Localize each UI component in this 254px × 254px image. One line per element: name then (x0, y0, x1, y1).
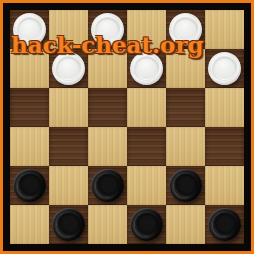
square-c2[interactable] (88, 166, 127, 205)
square-a4[interactable] (10, 88, 49, 127)
square-b3[interactable] (49, 127, 88, 166)
square-f1[interactable] (205, 205, 244, 244)
black-checker-piece[interactable] (130, 208, 163, 241)
square-a1[interactable] (10, 205, 49, 244)
square-c3[interactable] (88, 127, 127, 166)
square-e4[interactable] (166, 88, 205, 127)
square-b1[interactable] (49, 205, 88, 244)
square-f5[interactable] (205, 49, 244, 88)
square-f3[interactable] (205, 127, 244, 166)
square-e2[interactable] (166, 166, 205, 205)
square-e1[interactable] (166, 205, 205, 244)
white-checker-piece[interactable] (208, 52, 241, 85)
black-checker-piece[interactable] (13, 169, 46, 202)
black-checker-piece[interactable] (169, 169, 202, 202)
black-checker-piece[interactable] (208, 208, 241, 241)
square-b2[interactable] (49, 166, 88, 205)
square-f4[interactable] (205, 88, 244, 127)
square-b4[interactable] (49, 88, 88, 127)
square-a3[interactable] (10, 127, 49, 166)
square-d2[interactable] (127, 166, 166, 205)
square-c4[interactable] (88, 88, 127, 127)
square-d3[interactable] (127, 127, 166, 166)
square-c1[interactable] (88, 205, 127, 244)
square-f2[interactable] (205, 166, 244, 205)
square-d4[interactable] (127, 88, 166, 127)
square-a2[interactable] (10, 166, 49, 205)
square-d1[interactable] (127, 205, 166, 244)
board-frame: hack-cheat.org (0, 0, 254, 254)
black-checker-piece[interactable] (91, 169, 124, 202)
square-f6[interactable] (205, 10, 244, 49)
square-e3[interactable] (166, 127, 205, 166)
black-checker-piece[interactable] (52, 208, 85, 241)
watermark-text: hack-cheat.org (11, 33, 204, 56)
